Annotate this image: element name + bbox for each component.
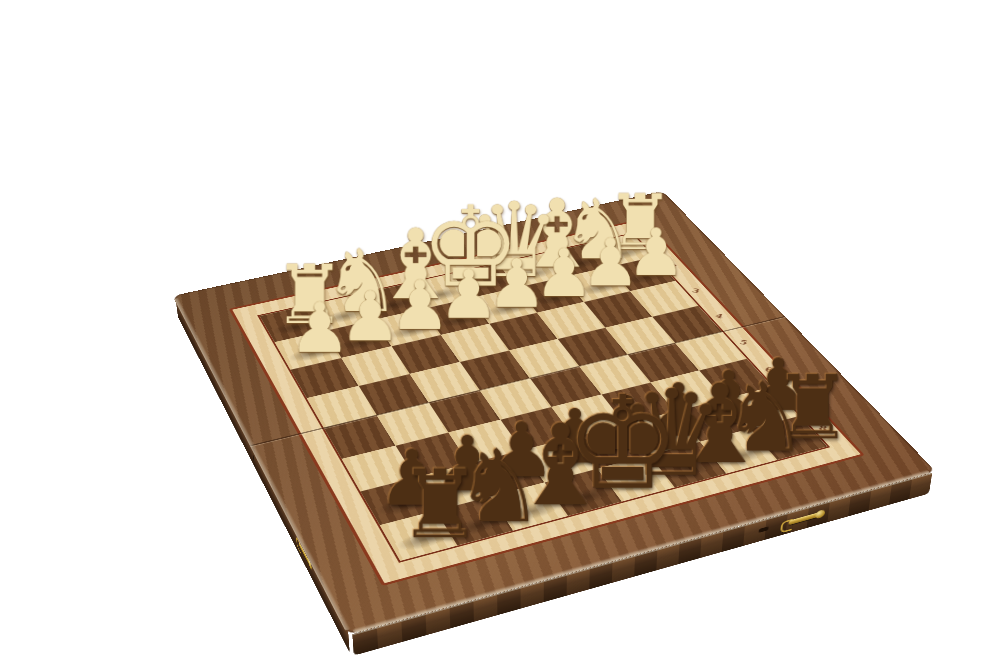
piece-glyph-wP: ♟ bbox=[289, 294, 342, 363]
chess-board: ♜♞♝♚♛♝♞♜♟♟♟♟♟♟♟♟♟♟♟♟♟♟♟♟♜♞♝♚♛♝♞♜ 1234567… bbox=[173, 191, 937, 635]
chess-set-photo: ♜♞♝♚♛♝♞♜♟♟♟♟♟♟♟♟♟♟♟♟♟♟♟♟♜♞♝♚♛♝♞♜ 1234567… bbox=[0, 27, 1000, 650]
photo-scene: ♜♞♝♚♛♝♞♜♟♟♟♟♟♟♟♟♟♟♟♟♟♟♟♟♜♞♝♚♛♝♞♜ 1234567… bbox=[0, 27, 1000, 650]
brass-latch-icon bbox=[780, 509, 825, 529]
piece-glyph-bR: ♜ bbox=[398, 457, 459, 552]
latch-knob bbox=[815, 509, 825, 519]
latch-catch-slot bbox=[759, 526, 769, 533]
